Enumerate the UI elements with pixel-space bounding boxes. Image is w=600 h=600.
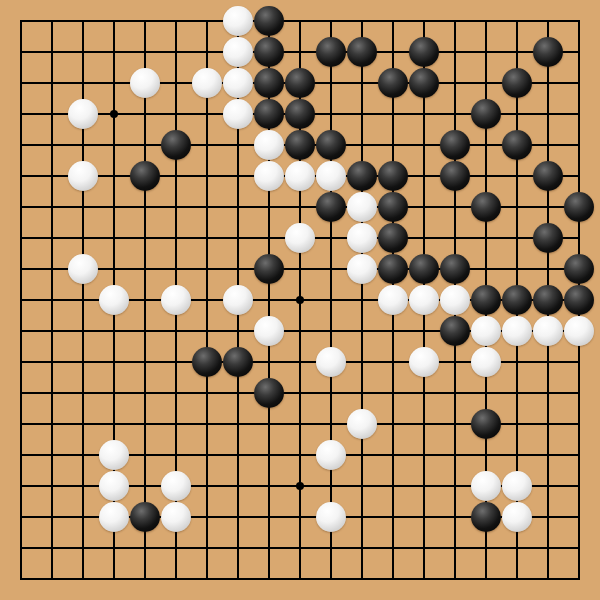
stone-white[interactable] (68, 254, 98, 284)
stone-white[interactable] (99, 502, 129, 532)
stone-black[interactable] (254, 37, 284, 67)
stone-black[interactable] (347, 37, 377, 67)
stone-black[interactable] (440, 316, 470, 346)
stone-white[interactable] (223, 37, 253, 67)
stone-black[interactable] (471, 409, 501, 439)
stone-black[interactable] (564, 285, 594, 315)
stone-black[interactable] (254, 68, 284, 98)
stone-black[interactable] (533, 161, 563, 191)
stone-black[interactable] (130, 502, 160, 532)
stone-black[interactable] (316, 130, 346, 160)
stone-white[interactable] (161, 502, 191, 532)
stone-black[interactable] (502, 285, 532, 315)
stone-white[interactable] (285, 161, 315, 191)
stone-white[interactable] (471, 316, 501, 346)
stone-white[interactable] (68, 161, 98, 191)
stone-black[interactable] (471, 192, 501, 222)
stone-black[interactable] (502, 68, 532, 98)
stone-black[interactable] (471, 99, 501, 129)
stone-white[interactable] (254, 130, 284, 160)
stone-white[interactable] (316, 161, 346, 191)
stone-white[interactable] (409, 285, 439, 315)
stone-white[interactable] (502, 471, 532, 501)
stone-black[interactable] (533, 285, 563, 315)
stone-white[interactable] (502, 502, 532, 532)
stone-white[interactable] (130, 68, 160, 98)
stone-white[interactable] (99, 285, 129, 315)
stone-white[interactable] (223, 285, 253, 315)
stone-black[interactable] (378, 68, 408, 98)
stone-white[interactable] (378, 285, 408, 315)
stone-white[interactable] (192, 68, 222, 98)
stone-black[interactable] (316, 37, 346, 67)
stone-white[interactable] (347, 254, 377, 284)
stone-black[interactable] (285, 68, 315, 98)
stone-white[interactable] (347, 409, 377, 439)
stone-white[interactable] (161, 471, 191, 501)
stone-black[interactable] (316, 192, 346, 222)
stone-black[interactable] (409, 254, 439, 284)
stone-black[interactable] (378, 223, 408, 253)
stone-white[interactable] (316, 347, 346, 377)
stone-white[interactable] (502, 316, 532, 346)
stone-white[interactable] (254, 316, 284, 346)
stone-black[interactable] (378, 254, 408, 284)
stone-black[interactable] (409, 68, 439, 98)
stone-white[interactable] (347, 223, 377, 253)
stone-white[interactable] (440, 285, 470, 315)
stone-black[interactable] (285, 99, 315, 129)
stone-black[interactable] (409, 37, 439, 67)
stone-black[interactable] (130, 161, 160, 191)
stone-black[interactable] (502, 130, 532, 160)
stone-black[interactable] (440, 254, 470, 284)
stone-white[interactable] (347, 192, 377, 222)
star-point (296, 296, 304, 304)
stone-black[interactable] (533, 223, 563, 253)
stone-black[interactable] (254, 378, 284, 408)
stone-white[interactable] (285, 223, 315, 253)
stone-black[interactable] (471, 502, 501, 532)
stone-white[interactable] (161, 285, 191, 315)
stone-black[interactable] (161, 130, 191, 160)
stone-black[interactable] (254, 99, 284, 129)
stone-white[interactable] (409, 347, 439, 377)
stone-black[interactable] (254, 6, 284, 36)
stone-white[interactable] (316, 440, 346, 470)
stone-white[interactable] (223, 6, 253, 36)
stone-black[interactable] (471, 285, 501, 315)
stone-white[interactable] (68, 99, 98, 129)
stone-white[interactable] (564, 316, 594, 346)
stone-white[interactable] (99, 471, 129, 501)
go-board[interactable] (0, 0, 600, 600)
stone-black[interactable] (440, 130, 470, 160)
stone-white[interactable] (223, 99, 253, 129)
stone-black[interactable] (254, 254, 284, 284)
stone-black[interactable] (440, 161, 470, 191)
stone-black[interactable] (192, 347, 222, 377)
stone-white[interactable] (223, 68, 253, 98)
stone-white[interactable] (316, 502, 346, 532)
stone-black[interactable] (378, 192, 408, 222)
stone-white[interactable] (99, 440, 129, 470)
star-point (110, 110, 118, 118)
stone-white[interactable] (254, 161, 284, 191)
stone-black[interactable] (564, 254, 594, 284)
stone-black[interactable] (347, 161, 377, 191)
stone-black[interactable] (378, 161, 408, 191)
stone-black[interactable] (564, 192, 594, 222)
stone-black[interactable] (285, 130, 315, 160)
stone-white[interactable] (471, 471, 501, 501)
star-point (296, 482, 304, 490)
stone-white[interactable] (533, 316, 563, 346)
stone-white[interactable] (471, 347, 501, 377)
stone-black[interactable] (533, 37, 563, 67)
stone-black[interactable] (223, 347, 253, 377)
